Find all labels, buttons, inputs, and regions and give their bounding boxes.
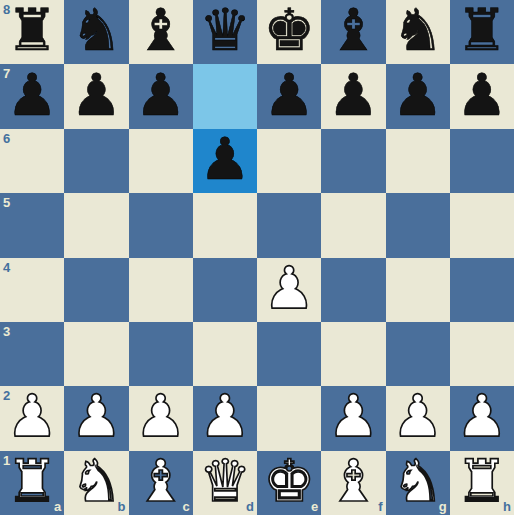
square-f1[interactable]: f♝ [321,451,385,515]
square-c2[interactable]: ♟ [129,386,193,450]
piece-black-pawn-b7[interactable]: ♟ [70,66,122,124]
piece-black-pawn-g7[interactable]: ♟ [392,66,444,124]
square-a8[interactable]: 8♜ [0,0,64,64]
square-f3[interactable] [321,322,385,386]
square-g1[interactable]: g♞ [386,451,450,515]
square-b5[interactable] [64,193,128,257]
square-g3[interactable] [386,322,450,386]
square-c5[interactable] [129,193,193,257]
square-b3[interactable] [64,322,128,386]
piece-black-bishop-c8[interactable]: ♝ [135,1,187,59]
square-a3[interactable]: 3 [0,322,64,386]
square-f5[interactable] [321,193,385,257]
square-f4[interactable] [321,258,385,322]
square-c1[interactable]: c♝ [129,451,193,515]
piece-white-knight-g1[interactable]: ♞ [392,452,444,510]
piece-white-pawn-a2[interactable]: ♟ [6,387,58,445]
square-d1[interactable]: d♛ [193,451,257,515]
rank-label-6: 6 [3,132,10,145]
piece-white-pawn-h2[interactable]: ♟ [456,387,508,445]
square-a5[interactable]: 5 [0,193,64,257]
square-e5[interactable] [257,193,321,257]
piece-white-knight-b1[interactable]: ♞ [70,452,122,510]
piece-black-queen-d8[interactable]: ♛ [199,1,251,59]
piece-black-pawn-h7[interactable]: ♟ [456,66,508,124]
square-g8[interactable]: ♞ [386,0,450,64]
square-b1[interactable]: b♞ [64,451,128,515]
square-d6[interactable]: ♟ [193,129,257,193]
rank-label-4: 4 [3,261,10,274]
square-b4[interactable] [64,258,128,322]
square-e8[interactable]: ♚ [257,0,321,64]
square-h5[interactable] [450,193,514,257]
piece-white-rook-a1[interactable]: ♜ [6,452,58,510]
piece-white-pawn-c2[interactable]: ♟ [135,387,187,445]
square-f7[interactable]: ♟ [321,64,385,128]
square-h6[interactable] [450,129,514,193]
piece-white-pawn-b2[interactable]: ♟ [70,387,122,445]
square-h1[interactable]: h♜ [450,451,514,515]
piece-black-pawn-a7[interactable]: ♟ [6,66,58,124]
square-c7[interactable]: ♟ [129,64,193,128]
piece-black-knight-b8[interactable]: ♞ [70,1,122,59]
square-e2[interactable] [257,386,321,450]
square-e3[interactable] [257,322,321,386]
square-h3[interactable] [450,322,514,386]
rank-label-5: 5 [3,196,10,209]
square-e4[interactable]: ♟ [257,258,321,322]
piece-black-pawn-d6[interactable]: ♟ [199,130,251,188]
square-d4[interactable] [193,258,257,322]
square-c4[interactable] [129,258,193,322]
square-a4[interactable]: 4 [0,258,64,322]
square-c3[interactable] [129,322,193,386]
rank-label-3: 3 [3,325,10,338]
square-b6[interactable] [64,129,128,193]
square-g5[interactable] [386,193,450,257]
piece-black-pawn-c7[interactable]: ♟ [135,66,187,124]
square-h7[interactable]: ♟ [450,64,514,128]
piece-white-pawn-e4[interactable]: ♟ [263,259,315,317]
square-g7[interactable]: ♟ [386,64,450,128]
piece-black-pawn-e7[interactable]: ♟ [263,66,315,124]
square-f2[interactable]: ♟ [321,386,385,450]
piece-white-pawn-f2[interactable]: ♟ [327,387,379,445]
square-e1[interactable]: e♚ [257,451,321,515]
square-d3[interactable] [193,322,257,386]
square-b8[interactable]: ♞ [64,0,128,64]
piece-white-bishop-c1[interactable]: ♝ [135,452,187,510]
square-h8[interactable]: ♜ [450,0,514,64]
square-g6[interactable] [386,129,450,193]
square-a1[interactable]: 1a♜ [0,451,64,515]
piece-white-queen-d1[interactable]: ♛ [199,452,251,510]
piece-black-king-e8[interactable]: ♚ [263,1,315,59]
square-b7[interactable]: ♟ [64,64,128,128]
piece-white-pawn-g2[interactable]: ♟ [392,387,444,445]
square-b2[interactable]: ♟ [64,386,128,450]
square-d2[interactable]: ♟ [193,386,257,450]
square-h2[interactable]: ♟ [450,386,514,450]
square-e6[interactable] [257,129,321,193]
piece-black-knight-g8[interactable]: ♞ [392,1,444,59]
piece-black-bishop-f8[interactable]: ♝ [327,1,379,59]
chess-board: 8♜♞♝♛♚♝♞♜7♟♟♟♟♟♟♟6♟54♟32♟♟♟♟♟♟♟1a♜b♞c♝d♛… [0,0,514,515]
square-a7[interactable]: 7♟ [0,64,64,128]
square-a2[interactable]: 2♟ [0,386,64,450]
square-a6[interactable]: 6 [0,129,64,193]
piece-black-rook-a8[interactable]: ♜ [6,1,58,59]
square-f8[interactable]: ♝ [321,0,385,64]
square-g4[interactable] [386,258,450,322]
piece-white-rook-h1[interactable]: ♜ [456,452,508,510]
piece-white-bishop-f1[interactable]: ♝ [327,452,379,510]
square-f6[interactable] [321,129,385,193]
square-c8[interactable]: ♝ [129,0,193,64]
piece-black-rook-h8[interactable]: ♜ [456,1,508,59]
square-c6[interactable] [129,129,193,193]
square-e7[interactable]: ♟ [257,64,321,128]
square-d8[interactable]: ♛ [193,0,257,64]
piece-white-king-e1[interactable]: ♚ [263,452,315,510]
square-h4[interactable] [450,258,514,322]
piece-white-pawn-d2[interactable]: ♟ [199,387,251,445]
square-d5[interactable] [193,193,257,257]
square-d7[interactable] [193,64,257,128]
piece-black-pawn-f7[interactable]: ♟ [327,66,379,124]
square-g2[interactable]: ♟ [386,386,450,450]
